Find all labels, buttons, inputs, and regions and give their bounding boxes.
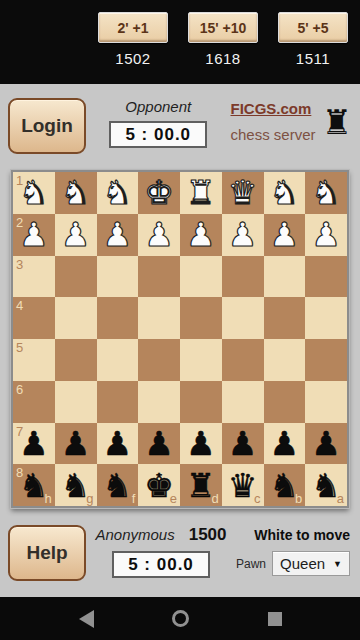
square-a5[interactable] (305, 339, 347, 381)
square-a7[interactable]: ♟ (305, 423, 347, 465)
square-a4[interactable] (305, 297, 347, 339)
opponent-label: Opponent (125, 98, 191, 115)
square-a2[interactable]: ♟ (305, 214, 347, 256)
black-pawn-icon: ♟ (61, 427, 91, 460)
square-b4[interactable] (264, 297, 306, 339)
black-queen-icon: ♛ (228, 469, 258, 502)
time-control-button-2+1[interactable]: 2' +1 (98, 12, 168, 43)
square-f3[interactable] (97, 256, 139, 298)
player-rating: 1500 (189, 525, 227, 545)
black-knight-icon: ♞ (19, 469, 49, 502)
square-d6[interactable] (180, 381, 222, 423)
rank-label-2: 2 (16, 216, 23, 229)
white-rook-icon: ♜ (186, 176, 216, 209)
black-pawn-icon: ♟ (19, 427, 49, 460)
square-c1[interactable]: ♛ (222, 172, 264, 214)
site-block: FICGS.com chess server ♜ (230, 98, 352, 143)
square-h2[interactable]: 2♟ (13, 214, 55, 256)
square-h5[interactable]: 5 (13, 339, 55, 381)
square-f2[interactable]: ♟ (97, 214, 139, 256)
help-button[interactable]: Help (8, 525, 86, 581)
file-label-a: a (337, 492, 344, 505)
black-pawn-icon: ♟ (144, 427, 174, 460)
white-knight-icon: ♞ (270, 176, 300, 209)
promotion-select[interactable]: Queen ▼ (272, 551, 350, 576)
square-d4[interactable] (180, 297, 222, 339)
square-a1[interactable]: ♞ (305, 172, 347, 214)
black-king-icon: ♚ (144, 469, 174, 502)
black-rook-icon: ♜ (186, 469, 216, 502)
square-g5[interactable] (55, 339, 97, 381)
white-knight-icon: ♞ (311, 176, 341, 209)
square-b3[interactable] (264, 256, 306, 298)
square-b5[interactable] (264, 339, 306, 381)
chess-board: 1♞♞♞♚♜♛♞♞2♟♟♟♟♟♟♟♟34567♟♟♟♟♟♟♟♟8h♞g♞f♞e♚… (13, 172, 347, 506)
black-pawn-icon: ♟ (228, 427, 258, 460)
black-knight-icon: ♞ (270, 469, 300, 502)
square-b8[interactable]: b♞ (264, 464, 306, 506)
square-e8[interactable]: e♚ (138, 464, 180, 506)
file-label-c: c (254, 492, 261, 505)
rank-label-5: 5 (16, 341, 23, 354)
square-b1[interactable]: ♞ (264, 172, 306, 214)
white-knight-icon: ♞ (103, 176, 133, 209)
android-nav-bar (0, 597, 360, 640)
white-pawn-icon: ♟ (19, 218, 49, 251)
rank-label-7: 7 (16, 425, 23, 438)
square-g8[interactable]: g♞ (55, 464, 97, 506)
square-f5[interactable] (97, 339, 139, 381)
black-pawn-icon: ♟ (311, 427, 341, 460)
black-rook-icon: ♜ (322, 105, 352, 139)
rank-label-8: 8 (16, 466, 23, 479)
file-label-e: e (170, 492, 177, 505)
square-g7[interactable]: ♟ (55, 423, 97, 465)
square-c2[interactable]: ♟ (222, 214, 264, 256)
time-control-button-15+10[interactable]: 15' +10 (188, 12, 258, 43)
rank-label-4: 4 (16, 299, 23, 312)
square-h8[interactable]: 8h♞ (13, 464, 55, 506)
white-knight-icon: ♞ (19, 176, 49, 209)
square-c7[interactable]: ♟ (222, 423, 264, 465)
time-control-group-blitz2: 2' +1 1502 (98, 12, 168, 84)
time-control-button-5+5[interactable]: 5' +5 (278, 12, 348, 43)
square-c4[interactable] (222, 297, 264, 339)
white-king-icon: ♚ (144, 176, 174, 209)
square-g4[interactable] (55, 297, 97, 339)
white-pawn-icon: ♟ (144, 218, 174, 251)
login-button[interactable]: Login (8, 98, 86, 154)
square-f8[interactable]: f♞ (97, 464, 139, 506)
rank-label-1: 1 (16, 174, 23, 187)
player-block: Anonymous 1500 5 : 00.0 (86, 525, 236, 578)
square-b2[interactable]: ♟ (264, 214, 306, 256)
square-b6[interactable] (264, 381, 306, 423)
file-label-b: b (295, 492, 302, 505)
promotion-value: Queen (280, 555, 325, 572)
square-e3[interactable] (138, 256, 180, 298)
white-pawn-icon: ♟ (61, 218, 91, 251)
rating-5+5: 1511 (296, 50, 330, 67)
black-pawn-icon: ♟ (103, 427, 133, 460)
file-label-g: g (86, 492, 93, 505)
square-h4[interactable]: 4 (13, 297, 55, 339)
square-f6[interactable] (97, 381, 139, 423)
opponent-block: Opponent 5 : 00.0 (86, 98, 230, 148)
square-f4[interactable] (97, 297, 139, 339)
square-c5[interactable] (222, 339, 264, 381)
opponent-clock: 5 : 00.0 (109, 121, 207, 148)
opponent-header: Login Opponent 5 : 00.0 FICGS.com chess … (0, 98, 360, 154)
white-queen-icon: ♛ (228, 176, 258, 209)
move-status-block: White to move Pawn Queen ▼ (236, 525, 352, 576)
square-c3[interactable] (222, 256, 264, 298)
white-pawn-icon: ♟ (228, 218, 258, 251)
player-name: Anonymous (95, 526, 174, 543)
square-e5[interactable] (138, 339, 180, 381)
chevron-down-icon: ▼ (333, 559, 342, 569)
square-g6[interactable] (55, 381, 97, 423)
player-clock: 5 : 00.0 (112, 551, 210, 578)
square-b7[interactable]: ♟ (264, 423, 306, 465)
time-control-bar: 2' +1 1502 15' +10 1618 5' +5 1511 (0, 0, 360, 84)
white-pawn-icon: ♟ (270, 218, 300, 251)
black-knight-icon: ♞ (61, 469, 91, 502)
square-d8[interactable]: d♜ (180, 464, 222, 506)
time-control-group-blitz5: 5' +5 1511 (278, 12, 348, 84)
square-f7[interactable]: ♟ (97, 423, 139, 465)
square-e1[interactable]: ♚ (138, 172, 180, 214)
square-g2[interactable]: ♟ (55, 214, 97, 256)
white-knight-icon: ♞ (61, 176, 91, 209)
square-c6[interactable] (222, 381, 264, 423)
site-subtitle: chess server (230, 126, 315, 143)
square-a6[interactable] (305, 381, 347, 423)
white-pawn-icon: ♟ (186, 218, 216, 251)
square-e6[interactable] (138, 381, 180, 423)
rank-label-6: 6 (16, 383, 23, 396)
square-a3[interactable] (305, 256, 347, 298)
white-pawn-icon: ♟ (311, 218, 341, 251)
promotion-label: Pawn (236, 557, 266, 571)
file-label-h: h (45, 492, 52, 505)
home-icon[interactable] (172, 610, 189, 627)
back-icon[interactable] (79, 610, 94, 628)
square-h7[interactable]: 7♟ (13, 423, 55, 465)
square-e2[interactable]: ♟ (138, 214, 180, 256)
square-d2[interactable]: ♟ (180, 214, 222, 256)
square-h1[interactable]: 1♞ (13, 172, 55, 214)
square-h6[interactable]: 6 (13, 381, 55, 423)
square-e7[interactable]: ♟ (138, 423, 180, 465)
board-frame: 1♞♞♞♚♜♛♞♞2♟♟♟♟♟♟♟♟34567♟♟♟♟♟♟♟♟8h♞g♞f♞e♚… (11, 170, 349, 508)
player-footer: Help Anonymous 1500 5 : 00.0 White to mo… (0, 525, 360, 581)
square-h3[interactable]: 3 (13, 256, 55, 298)
recents-icon[interactable] (268, 612, 282, 626)
rating-15+10: 1618 (205, 50, 240, 67)
square-f1[interactable]: ♞ (97, 172, 139, 214)
square-d5[interactable] (180, 339, 222, 381)
file-label-f: f (132, 492, 136, 505)
square-d1[interactable]: ♜ (180, 172, 222, 214)
ficgs-link[interactable]: FICGS.com (230, 100, 311, 117)
square-d7[interactable]: ♟ (180, 423, 222, 465)
black-pawn-icon: ♟ (186, 427, 216, 460)
square-g3[interactable] (55, 256, 97, 298)
square-d3[interactable] (180, 256, 222, 298)
square-c8[interactable]: c♛ (222, 464, 264, 506)
square-e4[interactable] (138, 297, 180, 339)
turn-indicator: White to move (254, 527, 350, 543)
black-knight-icon: ♞ (311, 469, 341, 502)
white-pawn-icon: ♟ (103, 218, 133, 251)
rating-2+1: 1502 (115, 50, 150, 67)
time-control-group-rapid15: 15' +10 1618 (188, 12, 258, 84)
main-content: Login Opponent 5 : 00.0 FICGS.com chess … (0, 84, 360, 597)
black-knight-icon: ♞ (103, 469, 133, 502)
square-g1[interactable]: ♞ (55, 172, 97, 214)
black-pawn-icon: ♟ (270, 427, 300, 460)
rank-label-3: 3 (16, 258, 23, 271)
square-a8[interactable]: a♞ (305, 464, 347, 506)
file-label-d: d (212, 492, 219, 505)
